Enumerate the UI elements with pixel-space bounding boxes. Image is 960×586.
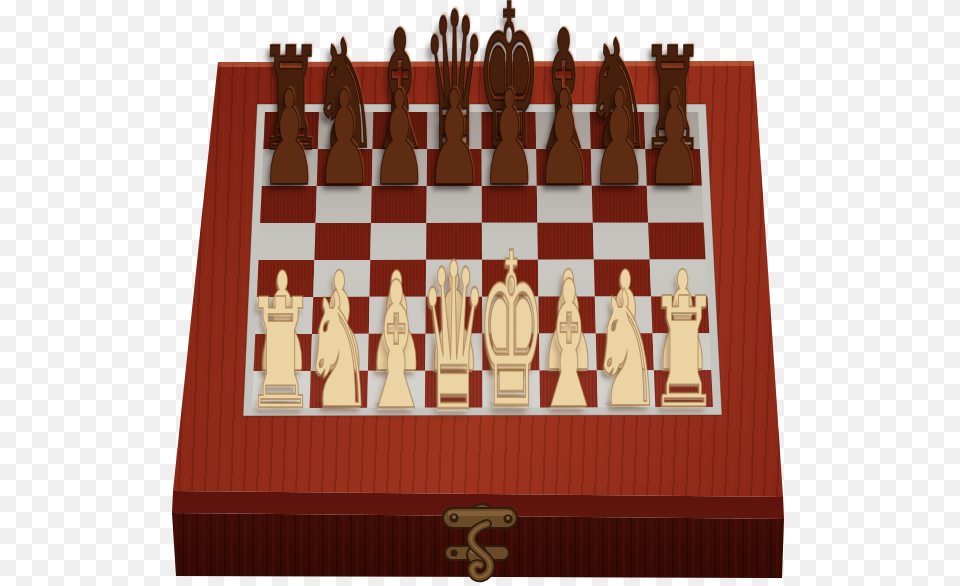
- latch-plate-highlight: [448, 511, 512, 516]
- chess-box-product-photo: ♜♞♝♛♚♝♞♜♟♟♟♟♟♟♟♟♟♟♟♟♟♟♟♟♜♞♝♛♚♝♞♜: [0, 0, 960, 586]
- latch-catch-screw: [451, 550, 458, 557]
- latch-screw-left-glint: [452, 515, 456, 519]
- latch-clasp: [437, 502, 527, 586]
- latch-screw-right-glint: [506, 516, 510, 520]
